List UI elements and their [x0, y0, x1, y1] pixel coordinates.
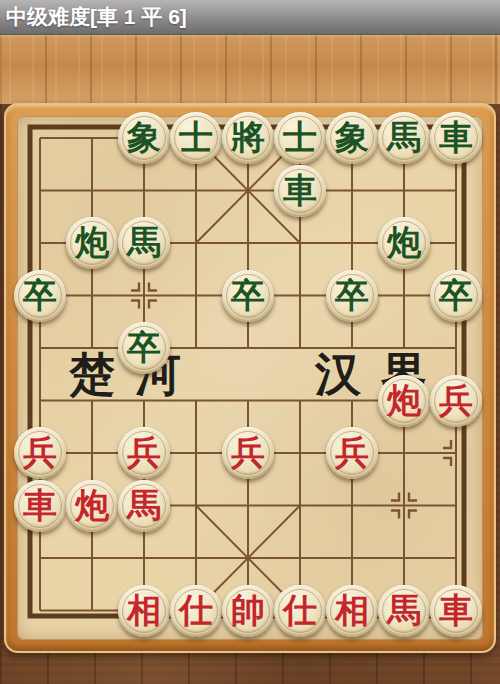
piece-glyph: 兵 — [23, 435, 57, 469]
piece-glyph: 士 — [179, 120, 213, 154]
piece-glyph: 馬 — [387, 593, 421, 627]
piece-red-general[interactable]: 帥 — [222, 585, 274, 637]
piece-glyph: 馬 — [127, 225, 161, 259]
title-bar: 中级难度[車 1 平 6] — [0, 0, 500, 35]
board-surface[interactable]: 楚河 汉界 象士將士象馬車車炮馬炮卒卒卒卒卒炮兵兵兵兵兵車炮馬相仕帥仕相馬車 — [17, 116, 483, 640]
piece-red-horse[interactable]: 馬 — [378, 585, 430, 637]
piece-glyph: 相 — [127, 593, 161, 627]
piece-black-chariot[interactable]: 車 — [430, 112, 482, 164]
piece-glyph: 卒 — [23, 278, 57, 312]
pieces-layer: 象士將士象馬車車炮馬炮卒卒卒卒卒炮兵兵兵兵兵車炮馬相仕帥仕相馬車 — [17, 116, 483, 640]
piece-glyph: 車 — [283, 173, 317, 207]
piece-glyph: 卒 — [231, 278, 265, 312]
piece-glyph: 馬 — [387, 120, 421, 154]
piece-glyph: 兵 — [439, 383, 473, 417]
piece-red-elephant[interactable]: 相 — [326, 585, 378, 637]
piece-red-cannon[interactable]: 炮 — [66, 480, 118, 532]
piece-glyph: 兵 — [127, 435, 161, 469]
piece-black-chariot[interactable]: 車 — [274, 165, 326, 217]
piece-red-elephant[interactable]: 相 — [118, 585, 170, 637]
piece-glyph: 帥 — [231, 593, 265, 627]
piece-red-soldier[interactable]: 兵 — [118, 427, 170, 479]
app-background: 中级难度[車 1 平 6] 楚河 汉界 象士將士象馬車車炮馬炮卒卒卒卒卒炮兵兵兵… — [0, 0, 500, 684]
piece-red-soldier[interactable]: 兵 — [222, 427, 274, 479]
piece-glyph: 士 — [283, 120, 317, 154]
piece-glyph: 象 — [127, 120, 161, 154]
piece-red-chariot[interactable]: 車 — [430, 585, 482, 637]
piece-red-advisor[interactable]: 仕 — [170, 585, 222, 637]
piece-glyph: 車 — [439, 120, 473, 154]
piece-black-cannon[interactable]: 炮 — [378, 217, 430, 269]
piece-black-advisor[interactable]: 士 — [274, 112, 326, 164]
piece-black-soldier[interactable]: 卒 — [118, 322, 170, 374]
piece-glyph: 馬 — [127, 488, 161, 522]
piece-glyph: 兵 — [335, 435, 369, 469]
piece-black-elephant[interactable]: 象 — [326, 112, 378, 164]
piece-glyph: 兵 — [231, 435, 265, 469]
piece-red-cannon[interactable]: 炮 — [378, 375, 430, 427]
piece-glyph: 仕 — [283, 593, 317, 627]
piece-black-horse[interactable]: 馬 — [118, 217, 170, 269]
piece-glyph: 車 — [23, 488, 57, 522]
piece-red-soldier[interactable]: 兵 — [14, 427, 66, 479]
piece-black-elephant[interactable]: 象 — [118, 112, 170, 164]
piece-red-chariot[interactable]: 車 — [14, 480, 66, 532]
piece-black-soldier[interactable]: 卒 — [222, 270, 274, 322]
piece-glyph: 相 — [335, 593, 369, 627]
piece-glyph: 仕 — [179, 593, 213, 627]
piece-red-soldier[interactable]: 兵 — [430, 375, 482, 427]
piece-black-cannon[interactable]: 炮 — [66, 217, 118, 269]
piece-glyph: 炮 — [75, 225, 109, 259]
piece-glyph: 象 — [335, 120, 369, 154]
piece-glyph: 卒 — [439, 278, 473, 312]
piece-black-soldier[interactable]: 卒 — [430, 270, 482, 322]
piece-red-horse[interactable]: 馬 — [118, 480, 170, 532]
piece-black-general[interactable]: 將 — [222, 112, 274, 164]
piece-glyph: 車 — [439, 593, 473, 627]
xiangqi-board[interactable]: 楚河 汉界 象士將士象馬車車炮馬炮卒卒卒卒卒炮兵兵兵兵兵車炮馬相仕帥仕相馬車 — [4, 103, 496, 653]
piece-black-soldier[interactable]: 卒 — [326, 270, 378, 322]
piece-glyph: 卒 — [127, 330, 161, 364]
piece-glyph: 炮 — [387, 383, 421, 417]
piece-black-horse[interactable]: 馬 — [378, 112, 430, 164]
piece-black-soldier[interactable]: 卒 — [14, 270, 66, 322]
piece-glyph: 卒 — [335, 278, 369, 312]
piece-glyph: 將 — [231, 120, 265, 154]
piece-black-advisor[interactable]: 士 — [170, 112, 222, 164]
wood-background-top — [0, 34, 500, 104]
piece-red-advisor[interactable]: 仕 — [274, 585, 326, 637]
piece-glyph: 炮 — [75, 488, 109, 522]
piece-red-soldier[interactable]: 兵 — [326, 427, 378, 479]
title-text: 中级难度[車 1 平 6] — [0, 3, 187, 31]
piece-glyph: 炮 — [387, 225, 421, 259]
